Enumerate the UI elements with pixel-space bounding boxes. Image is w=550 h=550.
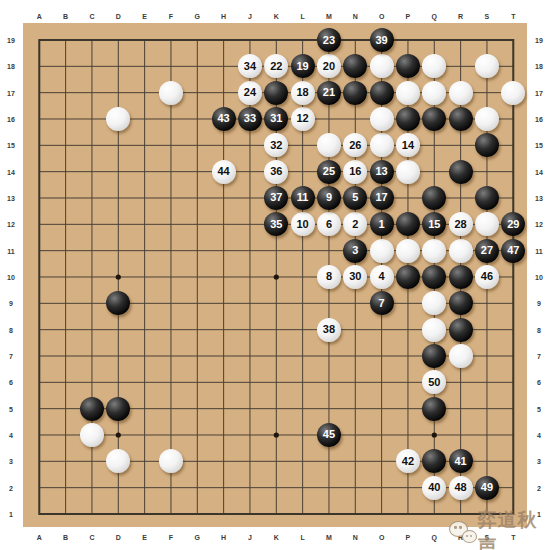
stone-white-move-48: 48 <box>449 476 473 500</box>
coordinate-label: C <box>89 534 94 541</box>
stone-black-move-25: 25 <box>317 160 341 184</box>
move-number: 34 <box>244 61 256 72</box>
move-number: 41 <box>455 456 467 467</box>
coordinate-label: P <box>406 534 411 541</box>
move-number: 33 <box>244 113 256 124</box>
move-number: 5 <box>352 192 358 203</box>
move-number: 29 <box>507 219 519 230</box>
coordinate-label: 2 <box>537 484 541 491</box>
coordinate-label: A <box>37 534 42 541</box>
coordinate-label: S <box>485 13 490 20</box>
coordinate-label: 3 <box>9 458 13 465</box>
coordinate-label: 11 <box>535 247 542 254</box>
stone-black-move-47: 47 <box>501 239 525 263</box>
stone-black-move-7: 7 <box>370 291 394 315</box>
coordinate-label: P <box>406 13 411 20</box>
move-number: 13 <box>376 166 388 177</box>
stone-white <box>80 423 104 447</box>
coordinate-label: 2 <box>9 484 13 491</box>
move-number: 49 <box>481 482 493 493</box>
coordinate-label: M <box>326 13 332 20</box>
coordinate-label: 14 <box>7 168 15 175</box>
move-number: 48 <box>455 482 467 493</box>
move-number: 3 <box>352 245 358 256</box>
move-number: 36 <box>270 166 282 177</box>
coordinate-label: A <box>37 13 42 20</box>
coordinate-label: H <box>221 534 226 541</box>
stone-white <box>449 344 473 368</box>
stone-black <box>80 397 104 421</box>
coordinate-label: G <box>195 13 200 20</box>
coordinate-label: E <box>142 13 147 20</box>
stone-black-move-43: 43 <box>212 107 236 131</box>
coordinate-label: F <box>169 534 173 541</box>
stone-white <box>370 133 394 157</box>
stone-white <box>396 81 420 105</box>
coordinate-label: N <box>353 13 358 20</box>
coordinate-label: O <box>379 534 384 541</box>
stone-black <box>422 397 446 421</box>
coordinate-label: G <box>195 534 200 541</box>
star-point <box>432 432 437 437</box>
stone-black <box>449 265 473 289</box>
move-number: 27 <box>481 245 493 256</box>
stone-black-move-3: 3 <box>343 239 367 263</box>
stone-black-move-49: 49 <box>475 476 499 500</box>
stone-black-move-13: 13 <box>370 160 394 184</box>
coordinate-label: M <box>326 534 332 541</box>
move-number: 23 <box>323 35 335 46</box>
coordinate-label: O <box>379 13 384 20</box>
watermark: 弈道秋声 <box>449 507 550 550</box>
move-number: 19 <box>297 61 309 72</box>
coordinate-label: 15 <box>535 142 543 149</box>
stone-black-move-17: 17 <box>370 186 394 210</box>
stone-white-move-28: 28 <box>449 212 473 236</box>
move-number: 43 <box>218 113 230 124</box>
stone-black-move-27: 27 <box>475 239 499 263</box>
move-number: 1 <box>379 219 385 230</box>
stone-white <box>396 239 420 263</box>
stone-white-move-36: 36 <box>264 160 288 184</box>
coordinate-label: 3 <box>537 458 541 465</box>
stone-black-move-1: 1 <box>370 212 394 236</box>
coordinate-label: 8 <box>537 326 541 333</box>
move-number: 9 <box>326 192 332 203</box>
stone-white-move-12: 12 <box>291 107 315 131</box>
coordinate-label: F <box>169 13 173 20</box>
move-number: 46 <box>481 271 493 282</box>
coordinate-label: D <box>116 13 121 20</box>
star-point <box>274 274 279 279</box>
stone-white-move-10: 10 <box>291 212 315 236</box>
stone-white-move-38: 38 <box>317 318 341 342</box>
move-number: 24 <box>244 87 256 98</box>
coordinate-label: 6 <box>537 379 541 386</box>
coordinate-label: K <box>274 534 279 541</box>
move-number: 11 <box>297 192 309 203</box>
wechat-icon <box>449 520 474 546</box>
coordinate-label: 12 <box>7 221 15 228</box>
stone-white-move-40: 40 <box>422 476 446 500</box>
star-point <box>116 432 121 437</box>
move-number: 21 <box>323 87 335 98</box>
stone-white <box>396 160 420 184</box>
move-number: 7 <box>379 298 385 309</box>
stone-black <box>264 81 288 105</box>
coordinate-label: E <box>142 534 147 541</box>
coordinate-label: T <box>511 13 515 20</box>
stone-black <box>475 186 499 210</box>
move-number: 30 <box>349 271 361 282</box>
stone-black-move-39: 39 <box>370 28 394 52</box>
stone-white <box>422 318 446 342</box>
move-number: 31 <box>270 113 282 124</box>
stone-white <box>370 107 394 131</box>
move-number: 25 <box>323 166 335 177</box>
coordinate-label: N <box>353 534 358 541</box>
stone-white <box>370 239 394 263</box>
move-number: 4 <box>379 271 385 282</box>
stone-white-move-24: 24 <box>238 81 262 105</box>
coordinate-label: Q <box>432 13 437 20</box>
coordinate-label: B <box>63 13 68 20</box>
coordinate-label: 15 <box>7 142 15 149</box>
coordinate-label: 19 <box>535 37 543 44</box>
coordinate-label: 9 <box>537 300 541 307</box>
stone-black <box>396 265 420 289</box>
move-number: 8 <box>326 271 332 282</box>
move-number: 20 <box>323 61 335 72</box>
stone-white-move-44: 44 <box>212 160 236 184</box>
move-number: 14 <box>402 140 414 151</box>
coordinate-label: H <box>221 13 226 20</box>
move-number: 38 <box>323 324 335 335</box>
coordinate-label: 7 <box>537 352 541 359</box>
stone-white <box>422 239 446 263</box>
move-number: 44 <box>218 166 230 177</box>
stone-black-move-9: 9 <box>317 186 341 210</box>
move-number: 39 <box>376 35 388 46</box>
coordinate-label: 16 <box>535 115 543 122</box>
coordinate-label: J <box>248 13 252 20</box>
coordinate-label: 8 <box>9 326 13 333</box>
coordinate-label: 11 <box>7 247 14 254</box>
coordinate-label: 10 <box>7 273 15 280</box>
move-number: 17 <box>376 192 388 203</box>
move-number: 32 <box>270 140 282 151</box>
stone-white <box>159 81 183 105</box>
coordinate-label: D <box>116 534 121 541</box>
stone-black <box>370 81 394 105</box>
coordinate-label: L <box>300 534 304 541</box>
stone-white-move-46: 46 <box>475 265 499 289</box>
stone-black <box>449 318 473 342</box>
coordinate-label: J <box>248 534 252 541</box>
move-number: 35 <box>270 219 282 230</box>
stone-white-move-18: 18 <box>291 81 315 105</box>
coordinate-label: 14 <box>535 168 543 175</box>
move-number: 42 <box>402 456 414 467</box>
coordinate-label: 9 <box>9 300 13 307</box>
stone-black-move-41: 41 <box>449 449 473 473</box>
stone-white-move-8: 8 <box>317 265 341 289</box>
stone-black-move-33: 33 <box>238 107 262 131</box>
coordinate-label: K <box>274 13 279 20</box>
stone-black-move-21: 21 <box>317 81 341 105</box>
stone-black <box>449 107 473 131</box>
stone-black <box>106 397 130 421</box>
watermark-text: 弈道秋声 <box>477 507 550 550</box>
stone-black-move-45: 45 <box>317 423 341 447</box>
stone-black <box>343 81 367 105</box>
coordinate-label: 19 <box>7 37 15 44</box>
coordinate-label: 18 <box>7 63 15 70</box>
move-number: 22 <box>270 61 282 72</box>
move-number: 15 <box>428 219 440 230</box>
coordinate-label: 4 <box>9 431 13 438</box>
coordinate-label: 5 <box>537 405 541 412</box>
stone-white <box>370 54 394 78</box>
coordinate-label: Q <box>432 534 437 541</box>
stone-black-move-11: 11 <box>291 186 315 210</box>
coordinate-label: B <box>63 534 68 541</box>
coordinate-label: 17 <box>535 89 543 96</box>
stone-white <box>449 81 473 105</box>
coordinate-label: 12 <box>535 221 543 228</box>
move-number: 6 <box>326 219 332 230</box>
coordinate-label: 13 <box>535 194 543 201</box>
move-number: 18 <box>297 87 309 98</box>
star-point <box>116 274 121 279</box>
coordinate-label: 4 <box>537 431 541 438</box>
stone-white <box>501 81 525 105</box>
coordinate-label: 16 <box>7 115 15 122</box>
move-number: 40 <box>428 482 440 493</box>
coordinate-label: 7 <box>9 352 13 359</box>
stone-white <box>422 81 446 105</box>
move-number: 47 <box>507 245 519 256</box>
stone-white-move-4: 4 <box>370 265 394 289</box>
stone-black-move-23: 23 <box>317 28 341 52</box>
coordinate-label: 6 <box>9 379 13 386</box>
coordinate-label: 18 <box>535 63 543 70</box>
move-number: 28 <box>455 219 467 230</box>
stone-white <box>449 239 473 263</box>
stone-white <box>475 107 499 131</box>
coordinate-label: L <box>300 13 304 20</box>
move-number: 37 <box>270 192 282 203</box>
coordinate-label: 5 <box>9 405 13 412</box>
move-number: 16 <box>349 166 361 177</box>
goban[interactable]: 1234567891011121314151617181920212223242… <box>23 23 527 527</box>
coordinate-label: R <box>458 13 463 20</box>
coordinate-label: C <box>89 13 94 20</box>
move-number: 2 <box>352 219 358 230</box>
coordinate-label: 13 <box>7 194 15 201</box>
move-number: 12 <box>297 113 309 124</box>
coordinate-label: 10 <box>535 273 543 280</box>
move-number: 26 <box>349 140 361 151</box>
go-diagram: 1234567891011121314151617181920212223242… <box>0 0 550 550</box>
stone-black <box>396 107 420 131</box>
star-point <box>274 432 279 437</box>
coordinate-label: 17 <box>7 89 15 96</box>
move-number: 10 <box>297 219 309 230</box>
move-number: 45 <box>323 429 335 440</box>
coordinate-label: 1 <box>9 510 13 517</box>
move-number: 50 <box>428 377 440 388</box>
stone-black-move-19: 19 <box>291 54 315 78</box>
stone-black <box>449 160 473 184</box>
stone-black <box>449 291 473 315</box>
stone-white-move-16: 16 <box>343 160 367 184</box>
